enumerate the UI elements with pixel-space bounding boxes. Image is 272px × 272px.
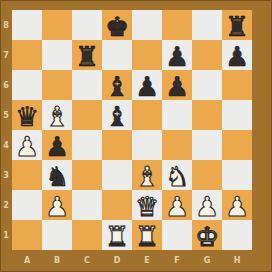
square-f5[interactable]	[162, 100, 192, 130]
black-knight-icon: ♞	[45, 163, 69, 190]
square-f4[interactable]	[162, 130, 192, 160]
black-queen-icon: ♛	[15, 103, 39, 130]
square-f8[interactable]	[162, 10, 192, 40]
square-f2[interactable]: ♟	[162, 190, 192, 220]
square-a7[interactable]	[12, 40, 42, 70]
square-c1[interactable]	[72, 220, 102, 250]
square-h3[interactable]	[222, 160, 252, 190]
square-a2[interactable]	[12, 190, 42, 220]
white-bishop-icon: ♝	[135, 163, 159, 190]
white-knight-icon: ♞	[165, 163, 189, 190]
square-g6[interactable]	[192, 70, 222, 100]
white-king-icon: ♚	[195, 223, 219, 250]
file-label-e: E	[132, 250, 162, 270]
black-king-icon: ♚	[105, 13, 129, 40]
square-c7[interactable]: ♜	[72, 40, 102, 70]
file-label-b: B	[42, 250, 72, 270]
square-a5[interactable]: ♛	[12, 100, 42, 130]
square-e7[interactable]	[132, 40, 162, 70]
file-label-a: A	[12, 250, 42, 270]
rank-label-4: 4	[0, 130, 12, 160]
square-h8[interactable]: ♜	[222, 10, 252, 40]
square-h2[interactable]: ♟	[222, 190, 252, 220]
square-d6[interactable]: ♝	[102, 70, 132, 100]
black-pawn-icon: ♟	[135, 73, 159, 100]
square-d8[interactable]: ♚	[102, 10, 132, 40]
square-d7[interactable]	[102, 40, 132, 70]
square-c2[interactable]	[72, 190, 102, 220]
square-f7[interactable]: ♟	[162, 40, 192, 70]
white-bishop-icon: ♝	[45, 103, 69, 130]
file-labels: ABCDEFGH	[12, 250, 252, 270]
chess-board: ♚♜♜♟♟♝♟♟♛♝♝♟♟♞♝♞♟♛♟♟♟♜♜♚	[12, 10, 252, 250]
file-label-h: H	[222, 250, 252, 270]
square-a8[interactable]	[12, 10, 42, 40]
square-f1[interactable]	[162, 220, 192, 250]
square-e2[interactable]: ♛	[132, 190, 162, 220]
square-g3[interactable]	[192, 160, 222, 190]
square-g7[interactable]	[192, 40, 222, 70]
black-pawn-icon: ♟	[165, 43, 189, 70]
square-a3[interactable]	[12, 160, 42, 190]
white-pawn-icon: ♟	[45, 193, 69, 220]
rank-label-5: 5	[0, 100, 12, 130]
square-b3[interactable]: ♞	[42, 160, 72, 190]
square-b2[interactable]: ♟	[42, 190, 72, 220]
square-f6[interactable]: ♟	[162, 70, 192, 100]
square-e1[interactable]: ♜	[132, 220, 162, 250]
square-c6[interactable]	[72, 70, 102, 100]
square-a4[interactable]: ♟	[12, 130, 42, 160]
rank-label-7: 7	[0, 40, 12, 70]
file-label-c: C	[72, 250, 102, 270]
white-pawn-icon: ♟	[225, 193, 249, 220]
square-e4[interactable]	[132, 130, 162, 160]
square-a1[interactable]	[12, 220, 42, 250]
black-pawn-icon: ♟	[165, 73, 189, 100]
square-e3[interactable]: ♝	[132, 160, 162, 190]
white-queen-icon: ♛	[135, 193, 159, 220]
square-g4[interactable]	[192, 130, 222, 160]
black-bishop-icon: ♝	[105, 73, 129, 100]
square-c8[interactable]	[72, 10, 102, 40]
square-d2[interactable]	[102, 190, 132, 220]
rank-labels: 87654321	[0, 10, 12, 250]
file-label-d: D	[102, 250, 132, 270]
square-c5[interactable]	[72, 100, 102, 130]
rank-label-2: 2	[0, 190, 12, 220]
file-label-g: G	[192, 250, 222, 270]
rank-label-8: 8	[0, 10, 12, 40]
file-label-f: F	[162, 250, 192, 270]
black-bishop-icon: ♝	[105, 103, 129, 130]
square-e8[interactable]	[132, 10, 162, 40]
square-b7[interactable]	[42, 40, 72, 70]
white-pawn-icon: ♟	[15, 133, 39, 160]
square-g2[interactable]: ♟	[192, 190, 222, 220]
square-c4[interactable]	[72, 130, 102, 160]
rank-label-6: 6	[0, 70, 12, 100]
square-g8[interactable]	[192, 10, 222, 40]
white-pawn-icon: ♟	[195, 193, 219, 220]
square-f3[interactable]: ♞	[162, 160, 192, 190]
square-h5[interactable]	[222, 100, 252, 130]
black-rook-icon: ♜	[225, 13, 249, 40]
rank-label-3: 3	[0, 160, 12, 190]
square-h4[interactable]	[222, 130, 252, 160]
square-e5[interactable]	[132, 100, 162, 130]
square-c3[interactable]	[72, 160, 102, 190]
black-pawn-icon: ♟	[45, 133, 69, 160]
black-pawn-icon: ♟	[225, 43, 249, 70]
square-d1[interactable]: ♜	[102, 220, 132, 250]
square-h1[interactable]	[222, 220, 252, 250]
square-d5[interactable]: ♝	[102, 100, 132, 130]
square-a6[interactable]	[12, 70, 42, 100]
square-b5[interactable]: ♝	[42, 100, 72, 130]
square-b8[interactable]	[42, 10, 72, 40]
square-h6[interactable]	[222, 70, 252, 100]
square-e6[interactable]: ♟	[132, 70, 162, 100]
square-g5[interactable]	[192, 100, 222, 130]
white-pawn-icon: ♟	[165, 193, 189, 220]
chess-board-widget: 87654321 ♚♜♜♟♟♝♟♟♛♝♝♟♟♞♝♞♟♛♟♟♟♜♜♚ ABCDEF…	[0, 0, 272, 272]
square-h7[interactable]: ♟	[222, 40, 252, 70]
white-rook-icon: ♜	[135, 223, 159, 250]
white-rook-icon: ♜	[105, 223, 129, 250]
square-b6[interactable]	[42, 70, 72, 100]
square-b1[interactable]	[42, 220, 72, 250]
square-b4[interactable]: ♟	[42, 130, 72, 160]
square-d3[interactable]	[102, 160, 132, 190]
rank-label-1: 1	[0, 220, 12, 250]
black-rook-icon: ♜	[75, 43, 99, 70]
square-g1[interactable]: ♚	[192, 220, 222, 250]
square-d4[interactable]	[102, 130, 132, 160]
